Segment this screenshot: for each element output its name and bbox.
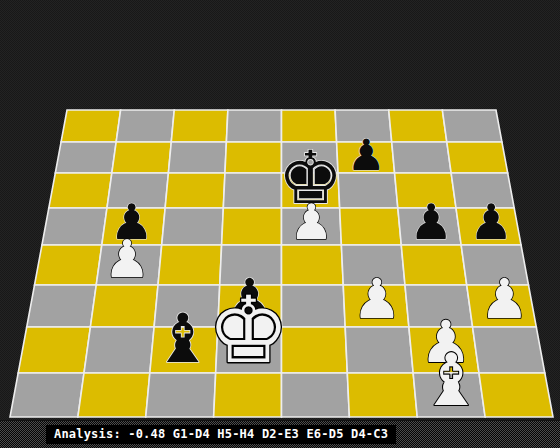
square-d7[interactable] [225,142,282,173]
piece-white-pawn-f3[interactable]: ♟ [352,267,401,331]
square-e4[interactable] [282,245,344,285]
square-h8[interactable] [442,110,502,142]
square-b8[interactable] [116,110,174,142]
piece-white-pawn-e5[interactable]: ♟ [289,194,333,251]
square-g4[interactable] [401,245,466,285]
square-c7[interactable] [168,142,226,173]
square-d8[interactable] [226,110,281,142]
square-c1[interactable] [146,373,216,417]
status-bar: Analysis: -0.48 G1-D4 H5-H4 D2-E3 E6-D5 … [0,420,560,448]
square-g7[interactable] [392,142,451,173]
piece-black-pawn-f7[interactable]: ♟ [347,130,386,180]
square-a4[interactable] [35,245,102,285]
piece-white-king-d2[interactable]: ♚ [207,277,289,384]
square-a5[interactable] [42,208,107,245]
square-a3[interactable] [27,285,97,327]
square-h7[interactable] [447,142,508,173]
piece-black-pawn-h5[interactable]: ♟ [469,194,513,251]
square-c5[interactable] [162,208,224,245]
square-b1[interactable] [78,373,150,417]
square-b3[interactable] [90,285,158,327]
square-a1[interactable] [10,373,84,417]
piece-white-pawn-h3[interactable]: ♟ [480,267,529,331]
square-f5[interactable] [340,208,402,245]
square-e1[interactable] [282,373,350,417]
piece-black-bishop-c2[interactable]: ♝ [152,299,213,378]
square-a2[interactable] [18,327,90,373]
square-d6[interactable] [223,173,281,208]
square-g8[interactable] [389,110,447,142]
square-c8[interactable] [171,110,228,142]
square-d5[interactable] [222,208,282,245]
square-b2[interactable] [84,327,154,373]
square-a7[interactable] [55,142,116,173]
chess-board[interactable]: ♟♚♟♟♟♟♟♟♟♟♝♚♟♝ [0,0,560,448]
piece-white-bishop-g1[interactable]: ♝ [419,338,484,422]
chess-app-screen: ♟♚♟♟♟♟♟♟♟♟♝♚♟♝ Analysis: -0.48 G1-D4 H5-… [0,0,560,448]
square-f2[interactable] [345,327,413,373]
piece-black-pawn-g5[interactable]: ♟ [409,194,453,251]
square-a8[interactable] [61,110,121,142]
square-f1[interactable] [347,373,417,417]
piece-white-pawn-b4[interactable]: ♟ [104,229,151,289]
square-h1[interactable] [479,373,553,417]
square-e3[interactable] [282,285,346,327]
square-b7[interactable] [112,142,171,173]
square-e2[interactable] [282,327,348,373]
square-a6[interactable] [49,173,112,208]
square-c6[interactable] [165,173,225,208]
analysis-text: Analysis: -0.48 G1-D4 H5-H4 D2-E3 E6-D5 … [46,425,396,444]
